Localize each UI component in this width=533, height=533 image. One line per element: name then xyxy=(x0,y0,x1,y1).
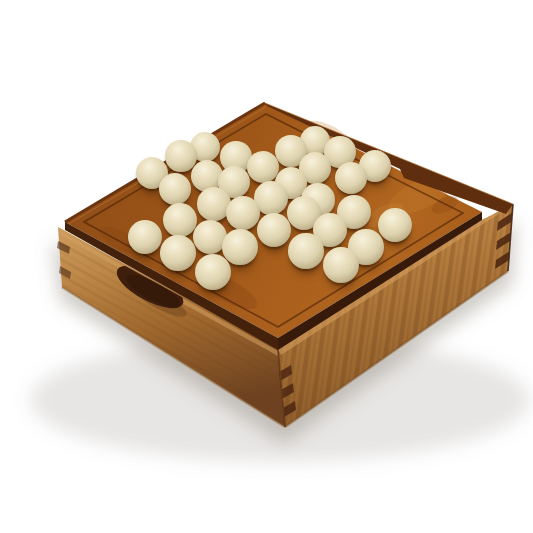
solitaire-box xyxy=(0,0,533,533)
marble-r3c3[interactable] xyxy=(247,151,279,183)
marble-r4c1[interactable] xyxy=(165,140,196,171)
marble-r7c4[interactable] xyxy=(160,235,195,270)
product-photo xyxy=(0,0,533,533)
marble-r6c5[interactable] xyxy=(222,229,257,264)
marble-r5c7[interactable] xyxy=(323,247,359,283)
marble-r7c5[interactable] xyxy=(195,254,231,290)
marble-r6c3[interactable] xyxy=(163,203,197,237)
marble-r5c6[interactable] xyxy=(288,233,323,268)
marble-r5c4[interactable] xyxy=(226,196,260,230)
